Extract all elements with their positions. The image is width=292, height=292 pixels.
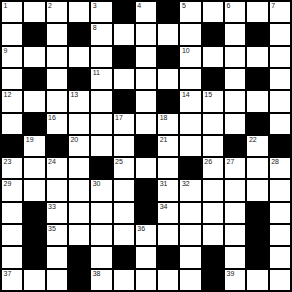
clue-number: 4	[137, 2, 141, 10]
black-cell	[203, 24, 223, 44]
white-cell[interactable]	[270, 114, 290, 134]
white-cell[interactable]: 18	[158, 114, 178, 134]
black-cell	[247, 203, 267, 223]
white-cell[interactable]: 14	[180, 91, 200, 111]
black-cell	[136, 203, 156, 223]
clue-number: 7	[271, 2, 275, 10]
black-cell	[114, 91, 134, 111]
white-cell[interactable]	[69, 2, 89, 22]
black-cell	[158, 2, 178, 22]
white-cell[interactable]	[24, 91, 44, 111]
white-cell[interactable]: 11	[91, 69, 111, 89]
black-cell	[69, 247, 89, 267]
black-cell	[158, 91, 178, 111]
white-cell[interactable]	[136, 270, 156, 290]
white-cell[interactable]	[180, 114, 200, 134]
black-cell	[247, 114, 267, 134]
white-cell[interactable]	[247, 2, 267, 22]
white-cell[interactable]	[136, 24, 156, 44]
clue-number: 34	[160, 203, 168, 211]
black-cell	[24, 247, 44, 267]
white-cell[interactable]	[2, 114, 22, 134]
black-cell	[136, 180, 156, 200]
white-cell[interactable]	[270, 91, 290, 111]
white-cell[interactable]	[114, 180, 134, 200]
white-cell[interactable]	[247, 91, 267, 111]
white-cell[interactable]: 5	[180, 2, 200, 22]
white-cell[interactable]	[225, 180, 245, 200]
white-cell[interactable]	[203, 180, 223, 200]
white-cell[interactable]: 27	[225, 158, 245, 178]
clue-number: 14	[182, 91, 190, 99]
black-cell	[24, 24, 44, 44]
white-cell[interactable]	[91, 247, 111, 267]
clue-number: 24	[48, 158, 56, 166]
white-cell[interactable]	[69, 114, 89, 134]
clue-number: 6	[227, 2, 231, 10]
clue-number: 10	[182, 47, 190, 55]
clue-number: 11	[93, 69, 100, 77]
clue-number: 31	[160, 180, 168, 188]
clue-number: 36	[137, 225, 145, 233]
white-cell[interactable]	[24, 2, 44, 22]
white-cell[interactable]: 17	[114, 114, 134, 134]
black-cell	[69, 69, 89, 89]
clue-number: 2	[48, 2, 52, 10]
black-cell	[203, 270, 223, 290]
white-cell[interactable]	[2, 24, 22, 44]
black-cell	[114, 47, 134, 67]
black-cell	[225, 136, 245, 156]
white-cell[interactable]	[158, 69, 178, 89]
white-cell[interactable]: 7	[270, 2, 290, 22]
white-cell[interactable]	[225, 69, 245, 89]
clue-number: 9	[4, 47, 8, 55]
clue-number: 23	[4, 158, 12, 166]
white-cell[interactable]: 39	[225, 270, 245, 290]
black-cell	[180, 158, 200, 178]
white-cell[interactable]: 19	[24, 136, 44, 156]
white-cell[interactable]	[203, 2, 223, 22]
black-cell	[2, 136, 22, 156]
black-cell	[114, 2, 134, 22]
clue-number: 22	[249, 136, 257, 144]
white-cell[interactable]	[270, 69, 290, 89]
clue-number: 5	[182, 2, 186, 10]
white-cell[interactable]	[270, 180, 290, 200]
white-cell[interactable]: 38	[91, 270, 111, 290]
white-cell[interactable]	[114, 225, 134, 245]
clue-number: 25	[115, 158, 123, 166]
white-cell[interactable]	[2, 69, 22, 89]
white-cell[interactable]: 34	[158, 203, 178, 223]
white-cell[interactable]: 22	[247, 136, 267, 156]
white-cell[interactable]	[180, 69, 200, 89]
clue-number: 12	[4, 91, 12, 99]
white-cell[interactable]: 30	[91, 180, 111, 200]
clue-number: 27	[227, 158, 235, 166]
white-cell[interactable]	[69, 180, 89, 200]
white-cell[interactable]	[270, 24, 290, 44]
black-cell	[203, 247, 223, 267]
clue-number: 15	[204, 91, 212, 99]
white-cell[interactable]	[270, 247, 290, 267]
clue-number: 30	[93, 180, 101, 188]
white-cell[interactable]	[180, 136, 200, 156]
white-cell[interactable]	[225, 91, 245, 111]
clue-number: 28	[271, 158, 279, 166]
crossword-grid: 1234567891011121314151617181920212223242…	[0, 0, 292, 292]
clue-number: 21	[160, 136, 168, 144]
white-cell[interactable]: 32	[180, 180, 200, 200]
white-cell[interactable]	[47, 180, 67, 200]
white-cell[interactable]	[2, 225, 22, 245]
black-cell	[136, 136, 156, 156]
clue-number: 18	[160, 114, 168, 122]
white-cell[interactable]: 16	[47, 114, 67, 134]
clue-number: 17	[115, 114, 123, 122]
white-cell[interactable]	[158, 24, 178, 44]
clue-number: 16	[48, 114, 56, 122]
white-cell[interactable]: 35	[47, 225, 67, 245]
white-cell[interactable]	[136, 158, 156, 178]
black-cell	[24, 114, 44, 134]
white-cell[interactable]	[158, 270, 178, 290]
white-cell[interactable]	[114, 136, 134, 156]
clue-number: 8	[93, 24, 97, 32]
black-cell	[270, 136, 290, 156]
white-cell[interactable]	[158, 158, 178, 178]
black-cell	[114, 247, 134, 267]
white-cell[interactable]	[203, 203, 223, 223]
white-cell[interactable]: 26	[203, 158, 223, 178]
white-cell[interactable]	[24, 47, 44, 67]
white-cell[interactable]	[91, 203, 111, 223]
white-cell[interactable]	[203, 114, 223, 134]
white-cell[interactable]: 6	[225, 2, 245, 22]
white-cell[interactable]	[203, 47, 223, 67]
black-cell	[24, 203, 44, 223]
white-cell[interactable]: 8	[91, 24, 111, 44]
black-cell	[69, 270, 89, 290]
clue-number: 35	[48, 225, 56, 233]
white-cell[interactable]	[24, 180, 44, 200]
white-cell[interactable]	[91, 136, 111, 156]
white-cell[interactable]	[180, 247, 200, 267]
white-cell[interactable]: 12	[2, 91, 22, 111]
white-cell[interactable]	[225, 247, 245, 267]
white-cell[interactable]: 36	[136, 225, 156, 245]
black-cell	[91, 158, 111, 178]
white-cell[interactable]	[225, 114, 245, 134]
white-cell[interactable]	[136, 114, 156, 134]
white-cell[interactable]: 24	[47, 158, 67, 178]
black-cell	[203, 69, 223, 89]
clue-number: 13	[70, 91, 78, 99]
white-cell[interactable]	[270, 225, 290, 245]
white-cell[interactable]	[69, 225, 89, 245]
white-cell[interactable]	[114, 69, 134, 89]
clue-number: 39	[227, 270, 235, 278]
white-cell[interactable]	[2, 203, 22, 223]
white-cell[interactable]	[24, 158, 44, 178]
white-cell[interactable]: 2	[47, 2, 67, 22]
white-cell[interactable]	[91, 47, 111, 67]
black-cell	[158, 47, 178, 67]
white-cell[interactable]	[247, 47, 267, 67]
white-cell[interactable]: 28	[270, 158, 290, 178]
clue-number: 1	[4, 2, 8, 10]
white-cell[interactable]	[225, 225, 245, 245]
white-cell[interactable]	[91, 225, 111, 245]
clue-number: 37	[4, 270, 12, 278]
black-cell	[247, 225, 267, 245]
black-cell	[47, 136, 67, 156]
white-cell[interactable]: 3	[91, 2, 111, 22]
white-cell[interactable]: 23	[2, 158, 22, 178]
white-cell[interactable]	[24, 270, 44, 290]
white-cell[interactable]: 37	[2, 270, 22, 290]
clue-number: 26	[204, 158, 212, 166]
white-cell[interactable]	[69, 47, 89, 67]
white-cell[interactable]	[180, 24, 200, 44]
white-cell[interactable]	[114, 203, 134, 223]
clue-number: 29	[4, 180, 12, 188]
white-cell[interactable]: 13	[69, 91, 89, 111]
clue-number: 32	[182, 180, 190, 188]
white-cell[interactable]	[180, 203, 200, 223]
white-cell[interactable]: 4	[136, 2, 156, 22]
white-cell[interactable]	[136, 69, 156, 89]
white-cell[interactable]	[247, 158, 267, 178]
clue-number: 33	[48, 203, 56, 211]
white-cell[interactable]	[247, 270, 267, 290]
black-cell	[247, 24, 267, 44]
white-cell[interactable]	[47, 24, 67, 44]
white-cell[interactable]	[136, 47, 156, 67]
white-cell[interactable]	[136, 91, 156, 111]
clue-number: 3	[93, 2, 97, 10]
black-cell	[247, 247, 267, 267]
clue-number: 38	[93, 270, 101, 278]
white-cell[interactable]	[158, 225, 178, 245]
white-cell[interactable]: 9	[2, 47, 22, 67]
white-cell[interactable]	[247, 180, 267, 200]
white-cell[interactable]	[270, 203, 290, 223]
white-cell[interactable]	[114, 270, 134, 290]
white-cell[interactable]	[91, 114, 111, 134]
white-cell[interactable]: 20	[69, 136, 89, 156]
white-cell[interactable]	[91, 91, 111, 111]
black-cell	[158, 247, 178, 267]
white-cell[interactable]	[47, 69, 67, 89]
white-cell[interactable]: 15	[203, 91, 223, 111]
white-cell[interactable]	[114, 24, 134, 44]
black-cell	[247, 69, 267, 89]
white-cell[interactable]	[270, 270, 290, 290]
black-cell	[24, 69, 44, 89]
white-cell[interactable]: 33	[47, 203, 67, 223]
white-cell[interactable]: 29	[2, 180, 22, 200]
white-cell[interactable]: 31	[158, 180, 178, 200]
black-cell	[24, 225, 44, 245]
white-cell[interactable]	[225, 47, 245, 67]
white-cell[interactable]: 10	[180, 47, 200, 67]
white-cell[interactable]	[47, 91, 67, 111]
white-cell[interactable]	[2, 247, 22, 267]
white-cell[interactable]	[180, 225, 200, 245]
white-cell[interactable]: 25	[114, 158, 134, 178]
white-cell[interactable]	[47, 270, 67, 290]
white-cell[interactable]	[270, 47, 290, 67]
black-cell	[69, 24, 89, 44]
white-cell[interactable]	[180, 270, 200, 290]
white-cell[interactable]	[203, 136, 223, 156]
white-cell[interactable]	[136, 247, 156, 267]
clue-number: 20	[70, 136, 78, 144]
white-cell[interactable]	[47, 247, 67, 267]
white-cell[interactable]	[47, 47, 67, 67]
white-cell[interactable]	[225, 24, 245, 44]
white-cell[interactable]: 21	[158, 136, 178, 156]
white-cell[interactable]	[203, 225, 223, 245]
clue-number: 19	[26, 136, 34, 144]
white-cell[interactable]	[225, 203, 245, 223]
white-cell[interactable]: 1	[2, 2, 22, 22]
white-cell[interactable]	[69, 203, 89, 223]
white-cell[interactable]	[69, 158, 89, 178]
